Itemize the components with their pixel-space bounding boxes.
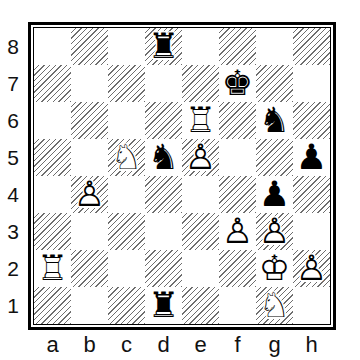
chess-board: ♜♜♚♚♜♖♞♞♞♘♞♞♟♙♟♟♟♙♟♟♟♙♟♙♜♖♚♔♟♙♜♜♞♘ (34, 28, 330, 324)
file-label-c: c (108, 332, 145, 358)
square-b6[interactable] (71, 102, 108, 139)
square-e5[interactable]: ♟♙ (182, 139, 219, 176)
rank-label-5: 5 (0, 139, 26, 176)
piece-glyph: ♖ (182, 102, 219, 139)
square-d8[interactable]: ♜♜ (145, 28, 182, 65)
square-f3[interactable]: ♟♙ (219, 213, 256, 250)
piece-black-rook[interactable]: ♜♜ (145, 287, 182, 324)
piece-glyph: ♞ (256, 102, 293, 139)
square-h8[interactable] (293, 28, 330, 65)
file-label-a: a (34, 332, 71, 358)
file-label-f: f (219, 332, 256, 358)
square-e7[interactable] (182, 65, 219, 102)
rank-label-1: 1 (0, 287, 26, 324)
square-h6[interactable] (293, 102, 330, 139)
square-e1[interactable] (182, 287, 219, 324)
square-b4[interactable]: ♟♙ (71, 176, 108, 213)
square-b8[interactable] (71, 28, 108, 65)
rank-label-6: 6 (0, 102, 26, 139)
rank-label-8: 8 (0, 28, 26, 65)
rank-label-4: 4 (0, 176, 26, 213)
square-e6[interactable]: ♜♖ (182, 102, 219, 139)
square-g7[interactable] (256, 65, 293, 102)
rank-label-7: 7 (0, 65, 26, 102)
square-c5[interactable]: ♞♘ (108, 139, 145, 176)
square-b2[interactable] (71, 250, 108, 287)
square-a5[interactable] (34, 139, 71, 176)
square-a1[interactable] (34, 287, 71, 324)
chess-diagram: 87654321 ♜♜♚♚♜♖♞♞♞♘♞♞♟♙♟♟♟♙♟♟♟♙♟♙♜♖♚♔♟♙♜… (0, 0, 360, 360)
square-d3[interactable] (145, 213, 182, 250)
square-b5[interactable] (71, 139, 108, 176)
piece-white-rook[interactable]: ♜♖ (34, 250, 71, 287)
board-frame: ♜♜♚♚♜♖♞♞♞♘♞♞♟♙♟♟♟♙♟♟♟♙♟♙♜♖♚♔♟♙♜♜♞♘ (28, 22, 336, 330)
piece-white-pawn[interactable]: ♟♙ (219, 213, 256, 250)
square-d2[interactable] (145, 250, 182, 287)
square-g3[interactable]: ♟♙ (256, 213, 293, 250)
square-f6[interactable] (219, 102, 256, 139)
square-c6[interactable] (108, 102, 145, 139)
square-f7[interactable]: ♚♚ (219, 65, 256, 102)
square-e3[interactable] (182, 213, 219, 250)
piece-glyph: ♜ (145, 28, 182, 65)
square-e4[interactable] (182, 176, 219, 213)
file-label-d: d (145, 332, 182, 358)
piece-white-knight[interactable]: ♞♘ (108, 139, 145, 176)
file-label-e: e (182, 332, 219, 358)
square-f4[interactable] (219, 176, 256, 213)
square-h2[interactable]: ♟♙ (293, 250, 330, 287)
square-h1[interactable] (293, 287, 330, 324)
piece-black-knight[interactable]: ♞♞ (145, 139, 182, 176)
square-d7[interactable] (145, 65, 182, 102)
file-labels: abcdefgh (34, 332, 330, 358)
piece-glyph: ♖ (34, 250, 71, 287)
square-f5[interactable] (219, 139, 256, 176)
square-b7[interactable] (71, 65, 108, 102)
rank-label-3: 3 (0, 213, 26, 250)
file-label-g: g (256, 332, 293, 358)
square-c2[interactable] (108, 250, 145, 287)
square-a4[interactable] (34, 176, 71, 213)
piece-white-pawn[interactable]: ♟♙ (71, 176, 108, 213)
piece-glyph: ♙ (182, 139, 219, 176)
square-d4[interactable] (145, 176, 182, 213)
piece-black-pawn[interactable]: ♟♟ (293, 139, 330, 176)
piece-glyph: ♟ (293, 139, 330, 176)
piece-white-pawn[interactable]: ♟♙ (293, 250, 330, 287)
piece-glyph: ♘ (108, 139, 145, 176)
square-c1[interactable] (108, 287, 145, 324)
square-h4[interactable] (293, 176, 330, 213)
square-g2[interactable]: ♚♔ (256, 250, 293, 287)
square-b3[interactable] (71, 213, 108, 250)
piece-glyph: ♘ (256, 287, 293, 324)
piece-glyph: ♙ (293, 250, 330, 287)
square-d1[interactable]: ♜♜ (145, 287, 182, 324)
square-d5[interactable]: ♞♞ (145, 139, 182, 176)
square-a3[interactable] (34, 213, 71, 250)
piece-glyph: ♙ (71, 176, 108, 213)
rank-labels: 87654321 (0, 28, 26, 324)
square-h7[interactable] (293, 65, 330, 102)
square-b1[interactable] (71, 287, 108, 324)
square-g5[interactable] (256, 139, 293, 176)
piece-glyph: ♜ (145, 287, 182, 324)
square-f8[interactable] (219, 28, 256, 65)
square-c7[interactable] (108, 65, 145, 102)
square-g6[interactable]: ♞♞ (256, 102, 293, 139)
square-a6[interactable] (34, 102, 71, 139)
square-f1[interactable] (219, 287, 256, 324)
square-c4[interactable] (108, 176, 145, 213)
piece-white-pawn[interactable]: ♟♙ (182, 139, 219, 176)
rank-label-2: 2 (0, 250, 26, 287)
piece-glyph: ♙ (219, 213, 256, 250)
board-inner-frame: ♜♜♚♚♜♖♞♞♞♘♞♞♟♙♟♟♟♙♟♟♟♙♟♙♜♖♚♔♟♙♜♜♞♘ (33, 27, 331, 325)
piece-white-king[interactable]: ♚♔ (256, 250, 293, 287)
piece-glyph: ♔ (256, 250, 293, 287)
square-a7[interactable] (34, 65, 71, 102)
square-g4[interactable]: ♟♟ (256, 176, 293, 213)
piece-black-knight[interactable]: ♞♞ (256, 102, 293, 139)
piece-black-pawn[interactable]: ♟♟ (256, 176, 293, 213)
square-e8[interactable] (182, 28, 219, 65)
square-e2[interactable] (182, 250, 219, 287)
piece-white-knight[interactable]: ♞♘ (256, 287, 293, 324)
square-g1[interactable]: ♞♘ (256, 287, 293, 324)
piece-black-king[interactable]: ♚♚ (219, 65, 256, 102)
piece-glyph: ♙ (256, 213, 293, 250)
piece-glyph: ♟ (256, 176, 293, 213)
square-d6[interactable] (145, 102, 182, 139)
square-h5[interactable]: ♟♟ (293, 139, 330, 176)
piece-white-rook[interactable]: ♜♖ (182, 102, 219, 139)
square-c8[interactable] (108, 28, 145, 65)
square-a8[interactable] (34, 28, 71, 65)
piece-glyph: ♞ (145, 139, 182, 176)
square-a2[interactable]: ♜♖ (34, 250, 71, 287)
file-label-h: h (293, 332, 330, 358)
square-g8[interactable] (256, 28, 293, 65)
piece-black-rook[interactable]: ♜♜ (145, 28, 182, 65)
square-c3[interactable] (108, 213, 145, 250)
file-label-b: b (71, 332, 108, 358)
piece-glyph: ♚ (219, 65, 256, 102)
square-h3[interactable] (293, 213, 330, 250)
square-f2[interactable] (219, 250, 256, 287)
piece-white-pawn[interactable]: ♟♙ (256, 213, 293, 250)
